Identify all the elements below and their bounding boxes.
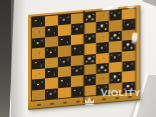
border-stain (89, 99, 93, 101)
board-square (71, 86, 84, 98)
board-square (96, 73, 109, 85)
photo-frame: VIOLITY (0, 0, 156, 117)
board-square (109, 62, 122, 74)
board-square (84, 43, 97, 55)
fold-seam (83, 11, 84, 103)
border-stain (63, 102, 67, 104)
board-square (122, 71, 135, 83)
border-stain (37, 104, 41, 106)
board-square (32, 68, 45, 80)
border-stain (50, 103, 54, 105)
board-square (32, 89, 45, 101)
board-square (58, 87, 71, 99)
board-square (58, 45, 71, 57)
board-square (122, 29, 135, 41)
top-right-corner-shadow (142, 0, 156, 9)
board-square (96, 83, 109, 95)
board-square (45, 88, 58, 100)
border-stain (115, 97, 119, 99)
board-square (84, 85, 97, 97)
border-stain (102, 98, 106, 100)
board-square (96, 11, 109, 23)
board-square (45, 78, 58, 90)
board-square (96, 52, 109, 64)
border-stain (76, 100, 80, 102)
board-square (71, 55, 84, 67)
border-stain (128, 96, 132, 98)
board-square (58, 25, 71, 37)
board-square (122, 81, 135, 93)
chess-board (28, 5, 140, 110)
board-square (122, 9, 135, 21)
board-square (32, 27, 45, 39)
board-square (71, 34, 84, 46)
board-square (45, 36, 58, 48)
board-square (109, 82, 122, 94)
board-square (84, 64, 97, 76)
board-square (45, 15, 58, 27)
board-square (109, 20, 122, 32)
